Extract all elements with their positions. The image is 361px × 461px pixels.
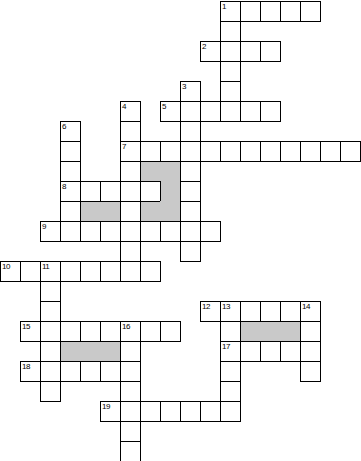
blocked-cell: [160, 161, 181, 182]
crossword-cell[interactable]: [60, 141, 81, 162]
crossword-cell[interactable]: 11: [40, 261, 61, 282]
crossword-cell[interactable]: [120, 181, 141, 202]
crossword-cell[interactable]: [160, 141, 181, 162]
crossword-cell[interactable]: [180, 401, 201, 422]
crossword-cell[interactable]: [200, 101, 221, 122]
crossword-cell[interactable]: [180, 141, 201, 162]
clue-number: 3: [182, 82, 186, 91]
crossword-cell[interactable]: [220, 101, 241, 122]
crossword-cell[interactable]: [280, 341, 301, 362]
crossword-cell[interactable]: [260, 301, 281, 322]
crossword-cell[interactable]: [280, 141, 301, 162]
crossword-cell[interactable]: 8: [60, 181, 81, 202]
crossword-cell[interactable]: 4: [120, 101, 141, 122]
crossword-cell[interactable]: [260, 41, 281, 62]
crossword-cell[interactable]: [100, 221, 121, 242]
crossword-cell[interactable]: [180, 201, 201, 222]
clue-number: 15: [22, 322, 30, 331]
crossword-cell[interactable]: [300, 321, 321, 342]
crossword-cell[interactable]: [180, 121, 201, 142]
crossword-cell[interactable]: [140, 321, 161, 342]
clue-number: 6: [62, 122, 66, 131]
crossword-cell[interactable]: [140, 401, 161, 422]
crossword-cell[interactable]: [160, 401, 181, 422]
crossword-cell[interactable]: [220, 81, 241, 102]
crossword-cell[interactable]: [180, 161, 201, 182]
crossword-cell[interactable]: [80, 181, 101, 202]
crossword-cell[interactable]: [120, 441, 141, 461]
crossword-cell[interactable]: [80, 261, 101, 282]
crossword-cell[interactable]: 12: [200, 301, 221, 322]
crossword-cell[interactable]: [320, 141, 341, 162]
crossword-cell[interactable]: [240, 1, 261, 22]
crossword-cell[interactable]: [100, 321, 121, 342]
crossword-cell[interactable]: [300, 361, 321, 382]
crossword-cell[interactable]: 17: [220, 341, 241, 362]
blocked-cell: [260, 321, 281, 342]
crossword-cell[interactable]: [20, 261, 41, 282]
crossword-cell[interactable]: 3: [180, 81, 201, 102]
crossword-cell[interactable]: [280, 1, 301, 22]
crossword-cell[interactable]: [60, 261, 81, 282]
blocked-cell: [160, 181, 181, 202]
clue-number: 16: [122, 322, 130, 331]
crossword-cell[interactable]: [120, 221, 141, 242]
blocked-cell: [140, 161, 161, 182]
clue-number: 11: [42, 262, 49, 271]
crossword-cell[interactable]: 14: [300, 301, 321, 322]
crossword-cell[interactable]: [180, 221, 201, 242]
crossword-cell[interactable]: [80, 361, 101, 382]
crossword-cell[interactable]: 5: [160, 101, 181, 122]
crossword-cell[interactable]: 1: [220, 1, 241, 22]
crossword-cell[interactable]: [200, 141, 221, 162]
crossword-cell[interactable]: [60, 161, 81, 182]
crossword-cell[interactable]: [260, 1, 281, 22]
crossword-cell[interactable]: [40, 301, 61, 322]
clue-number: 9: [42, 222, 46, 231]
crossword-cell[interactable]: [260, 141, 281, 162]
clue-number: 14: [302, 302, 310, 311]
crossword-cell[interactable]: 13: [220, 301, 241, 322]
crossword-cell[interactable]: [220, 361, 241, 382]
clue-number: 2: [202, 42, 206, 51]
clue-number: 10: [2, 262, 10, 271]
blocked-cell: [60, 341, 81, 362]
clue-number: 12: [202, 302, 210, 311]
crossword-cell[interactable]: [120, 161, 141, 182]
clue-number: 17: [222, 342, 230, 351]
crossword-cell[interactable]: [40, 321, 61, 342]
crossword-cell[interactable]: [240, 141, 261, 162]
crossword-cell[interactable]: [40, 341, 61, 362]
crossword-cell[interactable]: [120, 341, 141, 362]
crossword-cell[interactable]: 10: [0, 261, 21, 282]
crossword-cell[interactable]: [40, 361, 61, 382]
clue-number: 7: [122, 142, 126, 151]
crossword-cell[interactable]: [80, 321, 101, 342]
crossword-cell[interactable]: [100, 181, 121, 202]
crossword-cell[interactable]: [220, 61, 241, 82]
crossword-cell[interactable]: [240, 301, 261, 322]
crossword-cell[interactable]: 15: [20, 321, 41, 342]
crossword-cell[interactable]: [300, 141, 321, 162]
blocked-cell: [80, 201, 101, 222]
crossword-cell[interactable]: [100, 261, 121, 282]
crossword-cell[interactable]: [60, 221, 81, 242]
clue-number: 5: [162, 102, 166, 111]
crossword-cell[interactable]: [340, 141, 361, 162]
clue-number: 4: [122, 102, 126, 111]
crossword-cell[interactable]: [40, 381, 61, 402]
crossword-cell[interactable]: [180, 101, 201, 122]
clue-number: 13: [222, 302, 230, 311]
blocked-cell: [240, 321, 261, 342]
crossword-cell[interactable]: [220, 41, 241, 62]
crossword-cell[interactable]: 2: [200, 41, 221, 62]
crossword-cell[interactable]: [220, 321, 241, 342]
crossword-cell[interactable]: [120, 121, 141, 142]
crossword-cell[interactable]: [120, 401, 141, 422]
crossword-cell[interactable]: [280, 301, 301, 322]
crossword-cell[interactable]: [200, 401, 221, 422]
crossword-cell[interactable]: 16: [120, 321, 141, 342]
crossword-cell[interactable]: [300, 1, 321, 22]
crossword-cell[interactable]: [120, 421, 141, 442]
crossword-cell[interactable]: [240, 41, 261, 62]
crossword-cell[interactable]: [140, 261, 161, 282]
crossword-cell[interactable]: [60, 361, 81, 382]
crossword-cell[interactable]: [120, 201, 141, 222]
blocked-cell: [140, 201, 161, 222]
crossword-cell[interactable]: [120, 361, 141, 382]
crossword-cell[interactable]: [220, 141, 241, 162]
crossword-cell[interactable]: [240, 341, 261, 362]
clue-number: 18: [22, 362, 30, 371]
crossword-cell[interactable]: [120, 381, 141, 402]
crossword-cell[interactable]: 9: [40, 221, 61, 242]
crossword-cell[interactable]: [180, 241, 201, 262]
crossword-cell[interactable]: [140, 181, 161, 202]
crossword-cell[interactable]: [100, 361, 121, 382]
crossword-cell[interactable]: [40, 281, 61, 302]
crossword-cell[interactable]: [140, 221, 161, 242]
crossword-cell[interactable]: [200, 221, 221, 242]
blocked-cell: [100, 341, 121, 362]
crossword-grid: 12345678910111213141516171819: [0, 0, 361, 461]
crossword-cell[interactable]: [260, 101, 281, 122]
crossword-cell[interactable]: [140, 141, 161, 162]
blocked-cell: [160, 201, 181, 222]
crossword-cell[interactable]: [180, 181, 201, 202]
crossword-cell[interactable]: 7: [120, 141, 141, 162]
crossword-cell[interactable]: [120, 241, 141, 262]
crossword-cell[interactable]: [160, 221, 181, 242]
crossword-cell[interactable]: [240, 101, 261, 122]
blocked-cell: [80, 341, 101, 362]
clue-number: 8: [62, 182, 66, 191]
crossword-cell[interactable]: [60, 201, 81, 222]
crossword-cell[interactable]: 6: [60, 121, 81, 142]
crossword-cell[interactable]: 18: [20, 361, 41, 382]
crossword-cell[interactable]: [220, 21, 241, 42]
crossword-cell[interactable]: [160, 321, 181, 342]
crossword-cell[interactable]: [300, 341, 321, 362]
blocked-cell: [100, 201, 121, 222]
crossword-cell[interactable]: [260, 341, 281, 362]
crossword-cell[interactable]: [220, 401, 241, 422]
crossword-cell[interactable]: [120, 261, 141, 282]
crossword-cell[interactable]: [220, 381, 241, 402]
clue-number: 1: [222, 2, 226, 11]
blocked-cell: [280, 321, 301, 342]
crossword-cell[interactable]: 19: [100, 401, 121, 422]
crossword-cell[interactable]: [80, 221, 101, 242]
clue-number: 19: [102, 402, 110, 411]
crossword-cell[interactable]: [60, 321, 81, 342]
